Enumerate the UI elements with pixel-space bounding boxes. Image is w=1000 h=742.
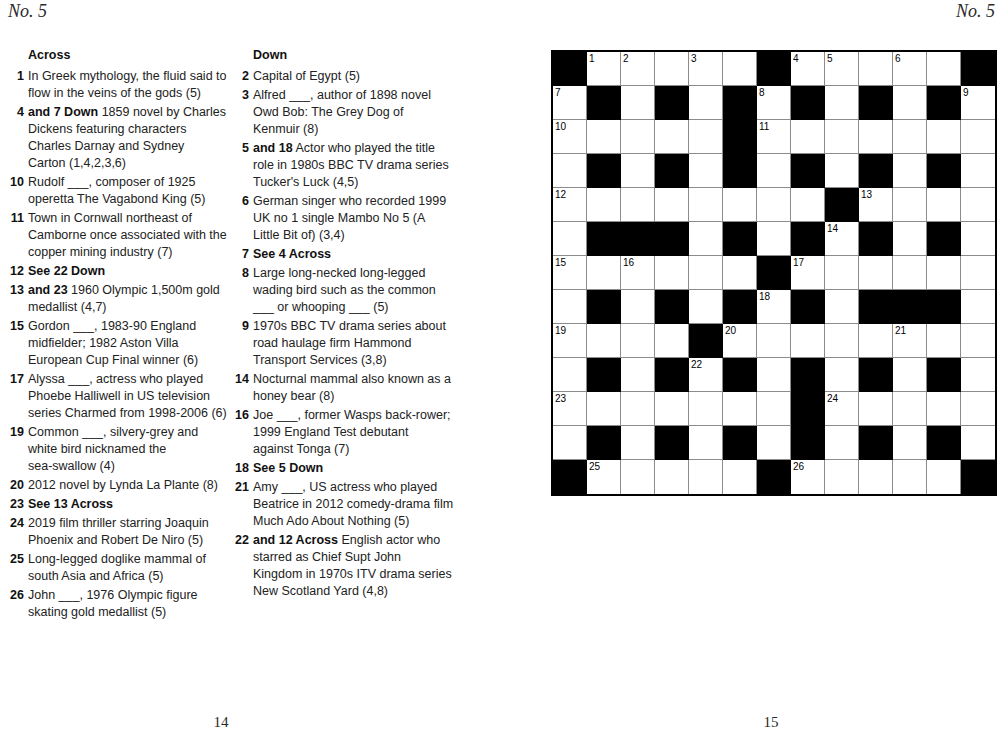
clue-number: 23 — [8, 496, 24, 513]
cell-number: 26 — [793, 461, 804, 472]
block-cell-r4c6 — [723, 154, 757, 188]
grid-cell-r3c7[interactable]: 11 — [757, 120, 791, 154]
grid-cell-r13c10[interactable] — [859, 460, 893, 494]
grid-cell-r8c9[interactable] — [825, 290, 859, 324]
grid-cell-r6c9[interactable]: 14 — [825, 222, 859, 256]
cell-number: 4 — [793, 53, 799, 64]
grid-cell-r7c3[interactable]: 16 — [621, 256, 655, 290]
clue-text: Alyssa ___, actress who played Phoebe Ha… — [28, 371, 236, 422]
grid-cell-r10c13[interactable] — [961, 358, 995, 392]
clue-across-26: 26John ___, 1976 Olympic figure skating … — [8, 587, 236, 621]
clue-across-23: 23See 13 Across — [8, 496, 236, 513]
clue-number: 10 — [8, 174, 24, 208]
block-cell-r13c7 — [757, 460, 791, 494]
grid-cell-r12c9[interactable] — [825, 426, 859, 460]
cell-number: 3 — [691, 53, 697, 64]
grid-cell-r9c11[interactable]: 21 — [893, 324, 927, 358]
grid-cell-r1c3[interactable]: 2 — [621, 52, 655, 86]
clue-text: Town in Cornwall northeast of Camborne o… — [28, 210, 236, 261]
block-cell-r1c13 — [961, 52, 995, 86]
cell-number: 7 — [555, 87, 561, 98]
clue-text: See 22 Down — [28, 263, 236, 280]
grid-cell-r4c3[interactable] — [621, 154, 655, 188]
clue-down-5: 5and 18 Actor who played the title role … — [233, 140, 461, 191]
grid-cell-r13c3[interactable] — [621, 460, 655, 494]
grid-cell-r11c6[interactable] — [723, 392, 757, 426]
clue-number: 9 — [233, 318, 249, 369]
grid-cell-r1c9[interactable]: 5 — [825, 52, 859, 86]
block-cell-r8c12 — [927, 290, 961, 324]
block-cell-r1c7 — [757, 52, 791, 86]
clue-across-24: 242019 film thriller starring Joaquin Ph… — [8, 515, 236, 549]
clue-number: 6 — [233, 193, 249, 244]
clue-across-12: 12See 22 Down — [8, 263, 236, 280]
clue-text: Large long-necked long-legged wading bir… — [253, 265, 461, 316]
clue-text: and 12 Across English actor who starred … — [253, 532, 461, 600]
cell-number: 1 — [589, 53, 595, 64]
block-cell-r8c4 — [655, 290, 689, 324]
block-cell-r12c4 — [655, 426, 689, 460]
grid-cell-r11c12[interactable] — [927, 392, 961, 426]
block-cell-r10c12 — [927, 358, 961, 392]
block-cell-r6c8 — [791, 222, 825, 256]
grid-cell-r7c10[interactable] — [859, 256, 893, 290]
block-cell-r6c12 — [927, 222, 961, 256]
cell-number: 15 — [555, 257, 566, 268]
grid-cell-r12c11[interactable] — [893, 426, 927, 460]
clue-number: 16 — [233, 407, 249, 458]
clue-number: 19 — [8, 424, 24, 475]
grid-cell-r11c5[interactable] — [689, 392, 723, 426]
block-cell-r8c8 — [791, 290, 825, 324]
clue-text: See 13 Across — [28, 496, 236, 513]
block-cell-r2c10 — [859, 86, 893, 120]
block-cell-r12c12 — [927, 426, 961, 460]
grid-cell-r7c12[interactable] — [927, 256, 961, 290]
clue-down-8: 8Large long-necked long-legged wading bi… — [233, 265, 461, 316]
block-cell-r6c4 — [655, 222, 689, 256]
clue-number: 8 — [233, 265, 249, 316]
grid-cell-r5c11[interactable] — [893, 188, 927, 222]
block-cell-r12c2 — [587, 426, 621, 460]
clue-number: 5 — [233, 140, 249, 191]
clue-text: See 4 Across — [253, 246, 461, 263]
clue-number: 11 — [8, 210, 24, 261]
grid-cell-r2c1[interactable]: 7 — [553, 86, 587, 120]
clue-across-1: 1In Greek mythology, the fluid said to f… — [8, 68, 236, 102]
block-cell-r5c9 — [825, 188, 859, 222]
down-clue-list: 2Capital of Egypt (5)3Alfred ___, author… — [233, 68, 461, 600]
cell-number: 20 — [725, 325, 736, 336]
clue-across-20: 202012 novel by Lynda La Plante (8) — [8, 477, 236, 494]
grid-cell-r4c9[interactable] — [825, 154, 859, 188]
grid-cell-r13c5[interactable] — [689, 460, 723, 494]
grid-cell-r9c12[interactable] — [927, 324, 961, 358]
grid-cell-r11c13[interactable] — [961, 392, 995, 426]
block-cell-r4c4 — [655, 154, 689, 188]
grid-cell-r10c11[interactable] — [893, 358, 927, 392]
cell-number: 19 — [555, 325, 566, 336]
block-cell-r8c10 — [859, 290, 893, 324]
block-cell-r6c2 — [587, 222, 621, 256]
block-cell-r3c6 — [723, 120, 757, 154]
clue-down-14: 14Nocturnal mammal also known as a honey… — [233, 371, 461, 405]
block-cell-r6c3 — [621, 222, 655, 256]
page-number-left: 14 — [201, 714, 241, 731]
across-header: Across — [28, 48, 236, 62]
grid-cell-r11c3[interactable] — [621, 392, 655, 426]
block-cell-r2c8 — [791, 86, 825, 120]
clue-number: 1 — [8, 68, 24, 102]
grid-cell-r10c3[interactable] — [621, 358, 655, 392]
block-cell-r9c5 — [689, 324, 723, 358]
grid-cell-r9c3[interactable] — [621, 324, 655, 358]
grid-cell-r13c2[interactable]: 25 — [587, 460, 621, 494]
grid-cell-r2c11[interactable] — [893, 86, 927, 120]
clue-text: Capital of Egypt (5) — [253, 68, 461, 85]
block-cell-r8c11 — [893, 290, 927, 324]
across-clue-list: 1In Greek mythology, the fluid said to f… — [8, 68, 236, 621]
clue-number: 12 — [8, 263, 24, 280]
grid-cell-r5c5[interactable] — [689, 188, 723, 222]
grid-cell-r7c9[interactable] — [825, 256, 859, 290]
cell-number: 21 — [895, 325, 906, 336]
clue-text: Gordon ___, 1983-90 England midfielder; … — [28, 318, 236, 369]
clue-number: 15 — [8, 318, 24, 369]
clue-number: 20 — [8, 477, 24, 494]
cell-number: 18 — [759, 291, 770, 302]
grid-cell-r5c13[interactable] — [961, 188, 995, 222]
clue-text: German singer who recorded 1999 UK no 1 … — [253, 193, 461, 244]
block-cell-r4c8 — [791, 154, 825, 188]
grid-cell-r8c3[interactable] — [621, 290, 655, 324]
grid-cell-r4c13[interactable] — [961, 154, 995, 188]
grid-cell-r3c8[interactable] — [791, 120, 825, 154]
grid-cell-r7c1[interactable]: 15 — [553, 256, 587, 290]
clue-text: and 7 Down 1859 novel by Charles Dickens… — [28, 104, 236, 172]
grid-cell-r6c1[interactable] — [553, 222, 587, 256]
clue-number: 21 — [233, 479, 249, 530]
grid-cell-r9c13[interactable] — [961, 324, 995, 358]
grid-cell-r12c3[interactable] — [621, 426, 655, 460]
clue-down-2: 2Capital of Egypt (5) — [233, 68, 461, 85]
grid-cell-r3c12[interactable] — [927, 120, 961, 154]
grid-cell-r9c2[interactable] — [587, 324, 621, 358]
cell-number: 22 — [691, 359, 702, 370]
grid-cell-r11c4[interactable] — [655, 392, 689, 426]
cell-number: 23 — [555, 393, 566, 404]
clue-across-11: 11Town in Cornwall northeast of Camborne… — [8, 210, 236, 261]
block-cell-r6c6 — [723, 222, 757, 256]
grid-cell-r13c8[interactable]: 26 — [791, 460, 825, 494]
across-section: Across 1In Greek mythology, the fluid sa… — [8, 48, 236, 623]
grid-cell-r13c4[interactable] — [655, 460, 689, 494]
cell-number: 24 — [827, 393, 838, 404]
clue-text: See 5 Down — [253, 460, 461, 477]
clue-down-21: 21Amy ___, US actress who played Beatric… — [233, 479, 461, 530]
clue-across-13: 13and 23 1960 Olympic 1,500m gold medall… — [8, 282, 236, 316]
grid-cell-r10c9[interactable] — [825, 358, 859, 392]
grid-cell-r5c7[interactable] — [757, 188, 791, 222]
grid-cell-r13c11[interactable] — [893, 460, 927, 494]
book-spread: No. 5 No. 5 Across 1In Greek mythology, … — [0, 0, 1000, 742]
block-cell-r10c10 — [859, 358, 893, 392]
grid-cell-r11c11[interactable] — [893, 392, 927, 426]
clue-number: 4 — [8, 104, 24, 172]
cell-number: 13 — [861, 189, 872, 200]
grid-cell-r12c1[interactable] — [553, 426, 587, 460]
block-cell-r8c6 — [723, 290, 757, 324]
grid-cell-r9c10[interactable] — [859, 324, 893, 358]
grid-cell-r9c6[interactable]: 20 — [723, 324, 757, 358]
grid-cell-r2c3[interactable] — [621, 86, 655, 120]
grid-cell-r3c1[interactable]: 10 — [553, 120, 587, 154]
clue-number: 2 — [233, 68, 249, 85]
grid-cell-r11c9[interactable]: 24 — [825, 392, 859, 426]
clue-down-18: 18See 5 Down — [233, 460, 461, 477]
grid-cell-r9c8[interactable] — [791, 324, 825, 358]
block-cell-r11c8 — [791, 392, 825, 426]
grid-cell-r3c13[interactable] — [961, 120, 995, 154]
cell-number: 2 — [623, 53, 629, 64]
grid-cell-r3c11[interactable] — [893, 120, 927, 154]
grid-cell-r3c2[interactable] — [587, 120, 621, 154]
grid-cell-r7c11[interactable] — [893, 256, 927, 290]
grid-cell-r8c7[interactable]: 18 — [757, 290, 791, 324]
grid-cell-r7c2[interactable] — [587, 256, 621, 290]
clue-text: 1970s BBC TV drama series about road hau… — [253, 318, 461, 369]
grid-cell-r3c9[interactable] — [825, 120, 859, 154]
clue-text: Alfred ___, author of 1898 novel Owd Bob… — [253, 87, 461, 138]
grid-cell-r10c7[interactable] — [757, 358, 791, 392]
grid-cell-r12c7[interactable] — [757, 426, 791, 460]
cell-number: 5 — [827, 53, 833, 64]
grid-cell-r6c13[interactable] — [961, 222, 995, 256]
grid-cell-r1c10[interactable] — [859, 52, 893, 86]
grid-cell-r5c3[interactable] — [621, 188, 655, 222]
grid-cell-r7c8[interactable]: 17 — [791, 256, 825, 290]
cell-number: 9 — [963, 87, 969, 98]
grid-cell-r13c6[interactable] — [723, 460, 757, 494]
block-cell-r13c13 — [961, 460, 995, 494]
block-cell-r13c1 — [553, 460, 587, 494]
block-cell-r4c10 — [859, 154, 893, 188]
grid-cell-r7c13[interactable] — [961, 256, 995, 290]
grid-cell-r2c9[interactable] — [825, 86, 859, 120]
grid-cell-r6c7[interactable] — [757, 222, 791, 256]
grid-cell-r3c10[interactable] — [859, 120, 893, 154]
block-cell-r10c6 — [723, 358, 757, 392]
clue-down-16: 16Joe ___, former Wasps back-rower; 1999… — [233, 407, 461, 458]
grid-cell-r7c4[interactable] — [655, 256, 689, 290]
clue-text: and 23 1960 Olympic 1,500m gold medallis… — [28, 282, 236, 316]
clue-number: 18 — [233, 460, 249, 477]
block-cell-r2c6 — [723, 86, 757, 120]
block-cell-r10c8 — [791, 358, 825, 392]
cell-number: 14 — [827, 223, 838, 234]
clue-across-15: 15Gordon ___, 1983-90 England midfielder… — [8, 318, 236, 369]
clue-text: 2019 film thriller starring Joaquin Phoe… — [28, 515, 236, 549]
block-cell-r12c6 — [723, 426, 757, 460]
cell-number: 25 — [589, 461, 600, 472]
down-section: Down 2Capital of Egypt (5)3Alfred ___, a… — [233, 48, 461, 602]
grid-cell-r3c4[interactable] — [655, 120, 689, 154]
clue-text: Joe ___, former Wasps back-rower; 1999 E… — [253, 407, 461, 458]
grid-cell-r8c1[interactable] — [553, 290, 587, 324]
grid-cell-r10c5[interactable]: 22 — [689, 358, 723, 392]
block-cell-r8c2 — [587, 290, 621, 324]
grid-cell-r11c1[interactable]: 23 — [553, 392, 587, 426]
block-cell-r7c7 — [757, 256, 791, 290]
grid-cell-r3c3[interactable] — [621, 120, 655, 154]
clue-number: 25 — [8, 551, 24, 585]
clue-number: 14 — [233, 371, 249, 405]
grid-cell-r7c6[interactable] — [723, 256, 757, 290]
cell-number: 10 — [555, 121, 566, 132]
clue-text: Nocturnal mammal also known as a honey b… — [253, 371, 461, 405]
block-cell-r4c12 — [927, 154, 961, 188]
grid-cell-r9c1[interactable]: 19 — [553, 324, 587, 358]
grid-cell-r5c1[interactable]: 12 — [553, 188, 587, 222]
grid-cell-r5c10[interactable]: 13 — [859, 188, 893, 222]
grid-cell-r8c13[interactable] — [961, 290, 995, 324]
clue-text: Amy ___, US actress who played Beatrice … — [253, 479, 461, 530]
page-number-right: 15 — [751, 714, 791, 731]
block-cell-r6c10 — [859, 222, 893, 256]
grid-cell-r4c1[interactable] — [553, 154, 587, 188]
clue-across-25: 25Long-legged doglike mammal of south As… — [8, 551, 236, 585]
block-cell-r4c2 — [587, 154, 621, 188]
clue-number: 7 — [233, 246, 249, 263]
cell-number: 11 — [759, 121, 769, 132]
block-cell-r2c2 — [587, 86, 621, 120]
grid-cell-r5c2[interactable] — [587, 188, 621, 222]
grid-cell-r5c8[interactable] — [791, 188, 825, 222]
block-cell-r2c12 — [927, 86, 961, 120]
clue-number: 17 — [8, 371, 24, 422]
puzzle-number-right: No. 5 — [956, 1, 995, 22]
grid-cell-r13c12[interactable] — [927, 460, 961, 494]
down-header: Down — [253, 48, 461, 62]
block-cell-r1c1 — [553, 52, 587, 86]
grid-cell-r7c5[interactable] — [689, 256, 723, 290]
cell-number: 16 — [623, 257, 634, 268]
cell-number: 8 — [759, 87, 765, 98]
clue-number: 3 — [233, 87, 249, 138]
clue-text: Long-legged doglike mammal of south Asia… — [28, 551, 236, 585]
grid-cell-r9c9[interactable] — [825, 324, 859, 358]
clue-down-6: 6German singer who recorded 1999 UK no 1… — [233, 193, 461, 244]
grid-cell-r3c5[interactable] — [689, 120, 723, 154]
grid-cell-r13c9[interactable] — [825, 460, 859, 494]
grid-cell-r10c1[interactable] — [553, 358, 587, 392]
grid-cell-r5c6[interactable] — [723, 188, 757, 222]
grid-cell-r2c7[interactable]: 8 — [757, 86, 791, 120]
clue-number: 24 — [8, 515, 24, 549]
clue-number: 13 — [8, 282, 24, 316]
grid-cell-r12c5[interactable] — [689, 426, 723, 460]
clue-text: 2012 novel by Lynda La Plante (8) — [28, 477, 236, 494]
clue-text: Rudolf ___, composer of 1925 operetta Th… — [28, 174, 236, 208]
grid-cell-r1c12[interactable] — [927, 52, 961, 86]
grid-cell-r8c5[interactable] — [689, 290, 723, 324]
grid-cell-r2c13[interactable]: 9 — [961, 86, 995, 120]
grid-cell-r1c8[interactable]: 4 — [791, 52, 825, 86]
grid-cell-r9c7[interactable] — [757, 324, 791, 358]
grid-cell-r5c4[interactable] — [655, 188, 689, 222]
clue-down-7: 7See 4 Across — [233, 246, 461, 263]
clue-across-10: 10Rudolf ___, composer of 1925 operetta … — [8, 174, 236, 208]
grid-cell-r1c11[interactable]: 6 — [893, 52, 927, 86]
grid-cell-r4c11[interactable] — [893, 154, 927, 188]
clue-number: 22 — [233, 532, 249, 600]
block-cell-r10c2 — [587, 358, 621, 392]
grid-cell-r6c5[interactable] — [689, 222, 723, 256]
cell-number: 12 — [555, 189, 566, 200]
clue-text: In Greek mythology, the fluid said to fl… — [28, 68, 236, 102]
cell-number: 6 — [895, 53, 901, 64]
clue-across-17: 17Alyssa ___, actress who played Phoebe … — [8, 371, 236, 422]
grid-cell-r2c5[interactable] — [689, 86, 723, 120]
clue-across-19: 19Common ___, silvery-grey and white bir… — [8, 424, 236, 475]
clue-text: John ___, 1976 Olympic figure skating go… — [28, 587, 236, 621]
clue-down-9: 91970s BBC TV drama series about road ha… — [233, 318, 461, 369]
grid-cell-r9c4[interactable] — [655, 324, 689, 358]
grid-cell-r1c6[interactable] — [723, 52, 757, 86]
clue-text: Common ___, silvery-grey and white bird … — [28, 424, 236, 475]
grid-cell-r4c5[interactable] — [689, 154, 723, 188]
grid-cell-r11c10[interactable] — [859, 392, 893, 426]
block-cell-r10c4 — [655, 358, 689, 392]
clue-text: and 18 Actor who played the title role i… — [253, 140, 461, 191]
grid-cell-r11c2[interactable] — [587, 392, 621, 426]
clue-number: 26 — [8, 587, 24, 621]
grid-cell-r4c7[interactable] — [757, 154, 791, 188]
clue-across-4: 4and 7 Down 1859 novel by Charles Dicken… — [8, 104, 236, 172]
grid-cell-r1c4[interactable] — [655, 52, 689, 86]
grid-cell-r5c12[interactable] — [927, 188, 961, 222]
clue-down-22: 22and 12 Across English actor who starre… — [233, 532, 461, 600]
crossword-grid: 1234567891011121314151617181920212223242… — [551, 50, 997, 496]
grid-cell-r11c7[interactable] — [757, 392, 791, 426]
clue-down-3: 3Alfred ___, author of 1898 novel Owd Bo… — [233, 87, 461, 138]
grid-cell-r1c2[interactable]: 1 — [587, 52, 621, 86]
block-cell-r2c4 — [655, 86, 689, 120]
cell-number: 17 — [793, 257, 804, 268]
grid-cell-r1c5[interactable]: 3 — [689, 52, 723, 86]
grid-cell-r12c13[interactable] — [961, 426, 995, 460]
grid-cell-r6c11[interactable] — [893, 222, 927, 256]
block-cell-r12c8 — [791, 426, 825, 460]
block-cell-r12c10 — [859, 426, 893, 460]
puzzle-number-left: No. 5 — [8, 1, 47, 22]
